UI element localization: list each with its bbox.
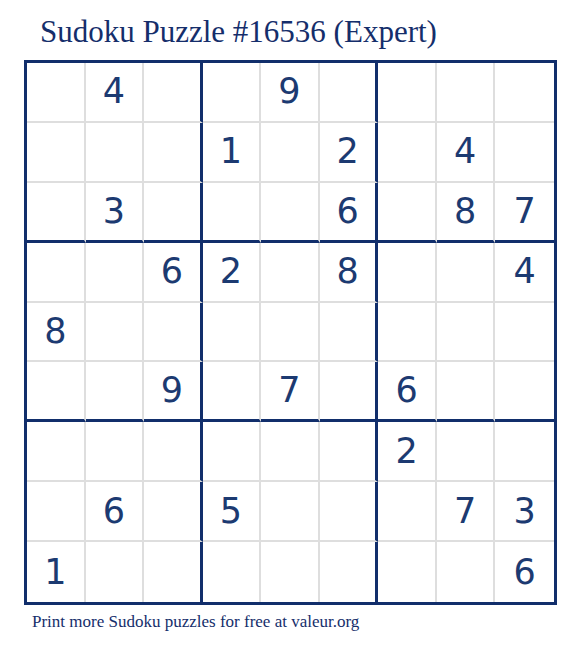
cell-r4c6[interactable]: 8 [320, 243, 379, 303]
cell-r4c9[interactable]: 4 [495, 243, 554, 303]
cell-r2c1[interactable] [27, 123, 86, 183]
cell-r4c2[interactable] [86, 243, 145, 303]
cell-r5c5[interactable] [261, 303, 320, 363]
cell-r9c9[interactable]: 6 [495, 542, 554, 602]
cell-r8c5[interactable] [261, 482, 320, 542]
cell-r3c1[interactable] [27, 183, 86, 243]
cell-r2c7[interactable] [378, 123, 437, 183]
cell-r2c5[interactable] [261, 123, 320, 183]
cell-r5c6[interactable] [320, 303, 379, 363]
cell-r8c3[interactable] [144, 482, 203, 542]
cell-r8c1[interactable] [27, 482, 86, 542]
cell-r7c8[interactable] [437, 422, 496, 482]
cell-r4c1[interactable] [27, 243, 86, 303]
cell-r5c7[interactable] [378, 303, 437, 363]
cell-r6c3[interactable]: 9 [144, 362, 203, 422]
cell-r6c9[interactable] [495, 362, 554, 422]
cell-r5c4[interactable] [203, 303, 262, 363]
cell-r6c5[interactable]: 7 [261, 362, 320, 422]
cell-r9c6[interactable] [320, 542, 379, 602]
cell-r7c7[interactable]: 2 [378, 422, 437, 482]
cell-r2c4[interactable]: 1 [203, 123, 262, 183]
footer-text: Print more Sudoku puzzles for free at va… [32, 612, 359, 632]
cell-r4c3[interactable]: 6 [144, 243, 203, 303]
cell-r4c4[interactable]: 2 [203, 243, 262, 303]
cell-r2c8[interactable]: 4 [437, 123, 496, 183]
cell-r3c2[interactable]: 3 [86, 183, 145, 243]
cell-r2c9[interactable] [495, 123, 554, 183]
cell-r7c2[interactable] [86, 422, 145, 482]
cell-r9c7[interactable] [378, 542, 437, 602]
cell-r8c4[interactable]: 5 [203, 482, 262, 542]
cell-r8c2[interactable]: 6 [86, 482, 145, 542]
cell-r8c8[interactable]: 7 [437, 482, 496, 542]
cell-r4c8[interactable] [437, 243, 496, 303]
cell-r1c5[interactable]: 9 [261, 63, 320, 123]
cell-r1c1[interactable] [27, 63, 86, 123]
cell-r1c9[interactable] [495, 63, 554, 123]
cell-r9c4[interactable] [203, 542, 262, 602]
cell-r4c5[interactable] [261, 243, 320, 303]
cell-r3c6[interactable]: 6 [320, 183, 379, 243]
cell-r3c5[interactable] [261, 183, 320, 243]
cell-r7c9[interactable] [495, 422, 554, 482]
cell-r9c8[interactable] [437, 542, 496, 602]
cell-r3c8[interactable]: 8 [437, 183, 496, 243]
cell-r2c6[interactable]: 2 [320, 123, 379, 183]
cell-r6c6[interactable] [320, 362, 379, 422]
cell-r8c6[interactable] [320, 482, 379, 542]
cell-r1c8[interactable] [437, 63, 496, 123]
cell-r5c9[interactable] [495, 303, 554, 363]
cell-r9c1[interactable]: 1 [27, 542, 86, 602]
cell-r1c4[interactable] [203, 63, 262, 123]
cell-r5c8[interactable] [437, 303, 496, 363]
cell-r5c3[interactable] [144, 303, 203, 363]
cell-r2c2[interactable] [86, 123, 145, 183]
cell-r8c7[interactable] [378, 482, 437, 542]
cell-r9c2[interactable] [86, 542, 145, 602]
cell-r1c2[interactable]: 4 [86, 63, 145, 123]
cell-r7c5[interactable] [261, 422, 320, 482]
cell-r2c3[interactable] [144, 123, 203, 183]
cell-r6c1[interactable] [27, 362, 86, 422]
cell-r9c3[interactable] [144, 542, 203, 602]
cell-r7c3[interactable] [144, 422, 203, 482]
cell-r7c6[interactable] [320, 422, 379, 482]
cell-r3c4[interactable] [203, 183, 262, 243]
cell-r6c2[interactable] [86, 362, 145, 422]
sudoku-board: 491243687628489762657316 [24, 60, 557, 605]
cell-r3c7[interactable] [378, 183, 437, 243]
cell-r6c7[interactable]: 6 [378, 362, 437, 422]
cell-r5c2[interactable] [86, 303, 145, 363]
cell-r3c9[interactable]: 7 [495, 183, 554, 243]
sudoku-page: Sudoku Puzzle #16536 (Expert) 4912436876… [0, 0, 580, 651]
cell-r6c8[interactable] [437, 362, 496, 422]
cell-r1c6[interactable] [320, 63, 379, 123]
cell-r1c7[interactable] [378, 63, 437, 123]
cell-r1c3[interactable] [144, 63, 203, 123]
cell-r6c4[interactable] [203, 362, 262, 422]
page-title: Sudoku Puzzle #16536 (Expert) [40, 14, 437, 50]
cell-r7c4[interactable] [203, 422, 262, 482]
cell-r8c9[interactable]: 3 [495, 482, 554, 542]
cell-r5c1[interactable]: 8 [27, 303, 86, 363]
cell-r3c3[interactable] [144, 183, 203, 243]
cell-r9c5[interactable] [261, 542, 320, 602]
cell-r4c7[interactable] [378, 243, 437, 303]
cell-r7c1[interactable] [27, 422, 86, 482]
